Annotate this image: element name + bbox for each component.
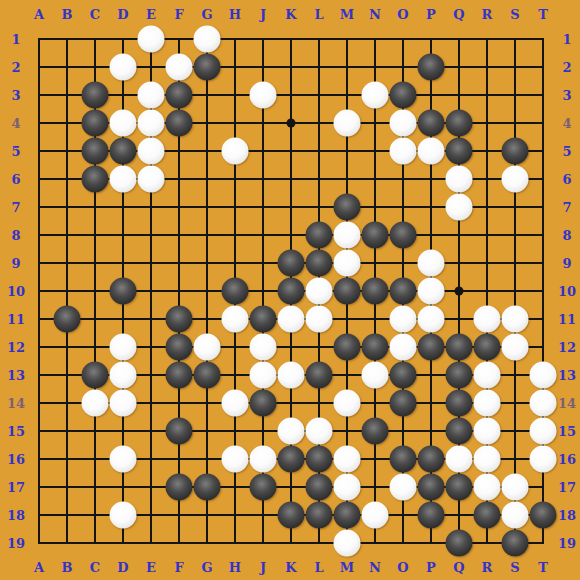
coord-label-right-11: 11 (558, 313, 576, 326)
white-stone-F2 (166, 54, 193, 81)
white-stone-Q16 (446, 446, 473, 473)
black-stone-N12 (362, 334, 389, 361)
white-stone-R13 (474, 362, 501, 389)
black-stone-P2 (418, 54, 445, 81)
black-stone-D5 (110, 138, 137, 165)
white-stone-L11 (306, 306, 333, 333)
coord-label-top-M: M (340, 8, 354, 21)
white-stone-D4 (110, 110, 137, 137)
coord-label-top-S: S (510, 8, 519, 21)
black-stone-Q19 (446, 530, 473, 557)
coord-label-left-5: 5 (11, 145, 20, 158)
black-stone-P18 (418, 502, 445, 529)
white-stone-N3 (362, 82, 389, 109)
coord-label-right-8: 8 (562, 229, 571, 242)
coord-label-right-4: 4 (562, 117, 571, 130)
black-stone-Q12 (446, 334, 473, 361)
white-stone-E3 (138, 82, 165, 109)
coord-label-right-7: 7 (562, 201, 571, 214)
coord-label-bottom-T: T (538, 561, 548, 574)
black-stone-C6 (82, 166, 109, 193)
coord-label-left-2: 2 (11, 61, 20, 74)
go-board[interactable]: AABBCCDDEEFFGGHHJJKKLLMMNNOOPPQQRRSSTT11… (0, 0, 580, 580)
coord-label-top-R: R (482, 8, 493, 21)
white-stone-G1 (194, 26, 221, 53)
white-stone-S12 (502, 334, 529, 361)
black-stone-N8 (362, 222, 389, 249)
white-stone-E6 (138, 166, 165, 193)
white-stone-H11 (222, 306, 249, 333)
coord-label-right-9: 9 (562, 257, 571, 270)
coord-label-right-2: 2 (562, 61, 571, 74)
black-stone-L18 (306, 502, 333, 529)
black-stone-L17 (306, 474, 333, 501)
go-app-window: AABBCCDDEEFFGGHHJJKKLLMMNNOOPPQQRRSSTT11… (0, 0, 580, 580)
coord-label-bottom-L: L (314, 561, 323, 574)
coord-label-right-16: 16 (558, 453, 576, 466)
white-stone-O12 (390, 334, 417, 361)
black-stone-Q13 (446, 362, 473, 389)
white-stone-J3 (250, 82, 277, 109)
black-stone-J17 (250, 474, 277, 501)
coord-label-right-19: 19 (558, 537, 576, 550)
white-stone-M16 (334, 446, 361, 473)
white-stone-M8 (334, 222, 361, 249)
black-stone-G17 (194, 474, 221, 501)
white-stone-K13 (278, 362, 305, 389)
coord-label-top-Q: Q (453, 8, 464, 21)
black-stone-O13 (390, 362, 417, 389)
white-stone-E4 (138, 110, 165, 137)
white-stone-S17 (502, 474, 529, 501)
black-stone-L8 (306, 222, 333, 249)
coord-label-top-H: H (229, 8, 241, 21)
black-stone-F15 (166, 418, 193, 445)
coord-label-left-9: 9 (11, 257, 20, 270)
white-stone-R15 (474, 418, 501, 445)
coord-label-right-14: 14 (558, 397, 576, 410)
coord-label-left-4: 4 (11, 117, 20, 130)
black-stone-L13 (306, 362, 333, 389)
coord-label-right-6: 6 (562, 173, 571, 186)
coord-label-top-N: N (369, 8, 381, 21)
white-stone-P9 (418, 250, 445, 277)
white-stone-Q7 (446, 194, 473, 221)
coord-label-left-8: 8 (11, 229, 20, 242)
white-stone-T15 (530, 418, 557, 445)
black-stone-F4 (166, 110, 193, 137)
white-stone-L10 (306, 278, 333, 305)
coord-label-top-E: E (146, 8, 156, 21)
white-stone-M14 (334, 390, 361, 417)
black-stone-J11 (250, 306, 277, 333)
black-stone-Q5 (446, 138, 473, 165)
white-stone-K15 (278, 418, 305, 445)
coord-label-right-13: 13 (558, 369, 576, 382)
coord-label-bottom-R: R (482, 561, 493, 574)
black-stone-M10 (334, 278, 361, 305)
white-stone-H16 (222, 446, 249, 473)
coord-label-bottom-B: B (62, 561, 73, 574)
white-stone-T13 (530, 362, 557, 389)
coord-label-top-O: O (397, 8, 408, 21)
black-stone-K18 (278, 502, 305, 529)
white-stone-R11 (474, 306, 501, 333)
black-stone-O16 (390, 446, 417, 473)
black-stone-N10 (362, 278, 389, 305)
white-stone-R16 (474, 446, 501, 473)
white-stone-S6 (502, 166, 529, 193)
black-stone-S19 (502, 530, 529, 557)
coord-label-top-K: K (285, 8, 296, 21)
coord-label-bottom-G: G (201, 561, 212, 574)
black-stone-C5 (82, 138, 109, 165)
white-stone-Q6 (446, 166, 473, 193)
coord-label-right-15: 15 (558, 425, 576, 438)
white-stone-D13 (110, 362, 137, 389)
black-stone-Q4 (446, 110, 473, 137)
black-stone-Q17 (446, 474, 473, 501)
coord-label-top-L: L (314, 8, 323, 21)
white-stone-J16 (250, 446, 277, 473)
black-stone-C13 (82, 362, 109, 389)
white-stone-P11 (418, 306, 445, 333)
black-stone-K9 (278, 250, 305, 277)
coord-label-left-15: 15 (7, 425, 25, 438)
coord-label-bottom-A: A (34, 561, 44, 574)
white-stone-N18 (362, 502, 389, 529)
white-stone-O17 (390, 474, 417, 501)
black-stone-T18 (530, 502, 557, 529)
white-stone-D14 (110, 390, 137, 417)
coord-label-left-6: 6 (11, 173, 20, 186)
coord-label-bottom-J: J (260, 561, 266, 574)
coord-label-top-G: G (201, 8, 212, 21)
black-stone-J14 (250, 390, 277, 417)
coord-label-left-1: 1 (11, 33, 20, 46)
black-stone-S5 (502, 138, 529, 165)
coord-label-bottom-H: H (229, 561, 241, 574)
black-stone-R18 (474, 502, 501, 529)
white-stone-R14 (474, 390, 501, 417)
coord-label-bottom-S: S (510, 561, 519, 574)
star-point-Q10 (455, 287, 464, 296)
white-stone-H5 (222, 138, 249, 165)
black-stone-B11 (54, 306, 81, 333)
coord-label-left-10: 10 (7, 285, 25, 298)
black-stone-N15 (362, 418, 389, 445)
black-stone-Q15 (446, 418, 473, 445)
black-stone-H10 (222, 278, 249, 305)
white-stone-S18 (502, 502, 529, 529)
white-stone-M17 (334, 474, 361, 501)
coord-label-left-13: 13 (7, 369, 25, 382)
white-stone-N13 (362, 362, 389, 389)
white-stone-O11 (390, 306, 417, 333)
coord-label-bottom-C: C (90, 561, 100, 574)
white-stone-P5 (418, 138, 445, 165)
black-stone-P17 (418, 474, 445, 501)
white-stone-T14 (530, 390, 557, 417)
black-stone-G13 (194, 362, 221, 389)
black-stone-R12 (474, 334, 501, 361)
white-stone-T16 (530, 446, 557, 473)
coord-label-bottom-P: P (426, 561, 436, 574)
white-stone-O4 (390, 110, 417, 137)
white-stone-S11 (502, 306, 529, 333)
white-stone-C14 (82, 390, 109, 417)
black-stone-K10 (278, 278, 305, 305)
coord-label-left-17: 17 (7, 481, 25, 494)
coord-label-right-5: 5 (562, 145, 571, 158)
black-stone-F17 (166, 474, 193, 501)
coord-label-bottom-Q: Q (453, 561, 464, 574)
white-stone-J12 (250, 334, 277, 361)
white-stone-J13 (250, 362, 277, 389)
black-stone-O14 (390, 390, 417, 417)
coord-label-top-J: J (260, 8, 266, 21)
coord-label-top-F: F (174, 8, 183, 21)
black-stone-P12 (418, 334, 445, 361)
black-stone-P4 (418, 110, 445, 137)
coord-label-top-C: C (90, 8, 100, 21)
coord-label-bottom-M: M (340, 561, 354, 574)
black-stone-C4 (82, 110, 109, 137)
black-stone-O3 (390, 82, 417, 109)
coord-label-top-B: B (62, 8, 73, 21)
black-stone-D10 (110, 278, 137, 305)
black-stone-F12 (166, 334, 193, 361)
coord-label-left-18: 18 (7, 509, 25, 522)
black-stone-M7 (334, 194, 361, 221)
white-stone-D12 (110, 334, 137, 361)
coord-label-right-1: 1 (562, 33, 571, 46)
black-stone-O10 (390, 278, 417, 305)
black-stone-F13 (166, 362, 193, 389)
coord-label-top-A: A (34, 8, 44, 21)
black-stone-F3 (166, 82, 193, 109)
coord-label-right-3: 3 (562, 89, 571, 102)
coord-label-left-3: 3 (11, 89, 20, 102)
white-stone-H14 (222, 390, 249, 417)
white-stone-E5 (138, 138, 165, 165)
white-stone-R17 (474, 474, 501, 501)
black-stone-M12 (334, 334, 361, 361)
coord-label-left-16: 16 (7, 453, 25, 466)
black-stone-C3 (82, 82, 109, 109)
black-stone-P16 (418, 446, 445, 473)
coord-label-top-T: T (538, 8, 548, 21)
black-stone-M18 (334, 502, 361, 529)
coord-label-left-19: 19 (7, 537, 25, 550)
white-stone-D6 (110, 166, 137, 193)
black-stone-O8 (390, 222, 417, 249)
coord-label-top-D: D (117, 8, 128, 21)
star-point-K4 (287, 119, 296, 128)
coord-label-bottom-E: E (146, 561, 156, 574)
white-stone-L15 (306, 418, 333, 445)
white-stone-G12 (194, 334, 221, 361)
white-stone-O5 (390, 138, 417, 165)
white-stone-K11 (278, 306, 305, 333)
white-stone-M4 (334, 110, 361, 137)
coord-label-left-14: 14 (7, 397, 25, 410)
coord-label-left-12: 12 (7, 341, 25, 354)
white-stone-D16 (110, 446, 137, 473)
white-stone-E1 (138, 26, 165, 53)
coord-label-bottom-D: D (117, 561, 128, 574)
coord-label-right-18: 18 (558, 509, 576, 522)
black-stone-F11 (166, 306, 193, 333)
coord-label-left-7: 7 (11, 201, 20, 214)
coord-label-left-11: 11 (7, 313, 25, 326)
white-stone-D18 (110, 502, 137, 529)
coord-label-bottom-O: O (397, 561, 408, 574)
black-stone-K16 (278, 446, 305, 473)
coord-label-bottom-N: N (369, 561, 381, 574)
coord-label-bottom-K: K (285, 561, 296, 574)
coord-label-right-12: 12 (558, 341, 576, 354)
coord-label-bottom-F: F (174, 561, 183, 574)
white-stone-M19 (334, 530, 361, 557)
coord-label-top-P: P (426, 8, 436, 21)
white-stone-D2 (110, 54, 137, 81)
coord-label-right-17: 17 (558, 481, 576, 494)
black-stone-L9 (306, 250, 333, 277)
black-stone-L16 (306, 446, 333, 473)
black-stone-G2 (194, 54, 221, 81)
white-stone-M9 (334, 250, 361, 277)
coord-label-right-10: 10 (558, 285, 576, 298)
black-stone-Q14 (446, 390, 473, 417)
white-stone-P10 (418, 278, 445, 305)
